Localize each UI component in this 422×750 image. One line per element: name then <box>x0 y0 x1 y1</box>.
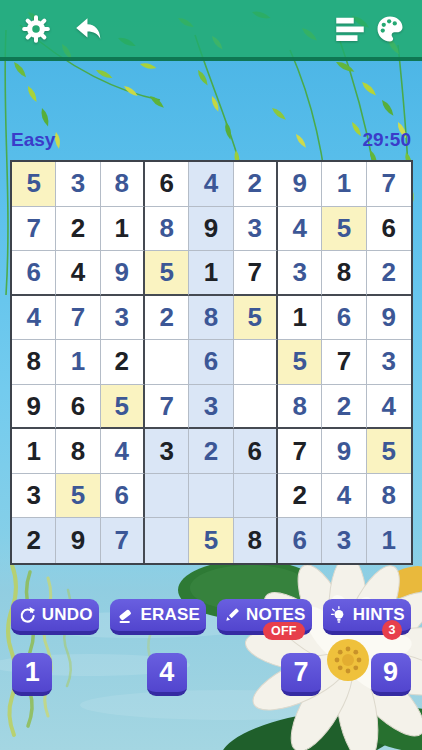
cell-r7c7[interactable]: 7 <box>278 429 322 474</box>
back-arrow-icon <box>73 15 103 43</box>
eraser-icon <box>116 606 135 625</box>
cell-r9c5[interactable]: 5 <box>189 518 233 563</box>
cell-r1c3[interactable]: 8 <box>101 162 145 207</box>
cell-r7c4[interactable]: 3 <box>145 429 189 474</box>
number-pad: 1479 <box>10 653 413 696</box>
cell-r4c4[interactable]: 2 <box>145 296 189 341</box>
cell-r2c7[interactable]: 4 <box>278 207 322 252</box>
menu-button[interactable] <box>334 13 366 45</box>
header-bar <box>0 0 422 61</box>
lightbulb-icon <box>329 606 348 625</box>
menu-icon <box>335 14 365 44</box>
undo-label: UNDO <box>42 605 93 625</box>
cell-r4c7[interactable]: 1 <box>278 296 322 341</box>
cell-r6c6[interactable] <box>234 385 278 430</box>
action-toolbar: UNDO ERASE NOTES OFF <box>11 599 411 635</box>
cell-r8c9[interactable]: 8 <box>367 474 411 519</box>
cell-r4c5[interactable]: 8 <box>189 296 233 341</box>
status-row: Easy 29:50 <box>11 129 411 151</box>
cell-r2c3[interactable]: 1 <box>101 207 145 252</box>
cell-r7c8[interactable]: 9 <box>322 429 366 474</box>
cell-r9c4[interactable] <box>145 518 189 563</box>
cell-r6c2[interactable]: 6 <box>56 385 100 430</box>
pencil-icon <box>223 606 241 624</box>
cell-r7c6[interactable]: 6 <box>234 429 278 474</box>
cell-r3c1[interactable]: 6 <box>12 251 56 296</box>
cell-r6c7[interactable]: 8 <box>278 385 322 430</box>
cell-r5c9[interactable]: 3 <box>367 340 411 385</box>
cell-r4c8[interactable]: 6 <box>322 296 366 341</box>
erase-button[interactable]: ERASE <box>110 599 206 635</box>
cell-r4c2[interactable]: 7 <box>56 296 100 341</box>
cell-r2c4[interactable]: 8 <box>145 207 189 252</box>
cell-r3c9[interactable]: 2 <box>367 251 411 296</box>
back-button[interactable] <box>72 13 104 45</box>
cell-r5c3[interactable]: 2 <box>101 340 145 385</box>
cell-r7c3[interactable]: 4 <box>101 429 145 474</box>
cell-r5c2[interactable]: 1 <box>56 340 100 385</box>
cell-r2c5[interactable]: 9 <box>189 207 233 252</box>
water-lotus-decoration <box>0 535 422 750</box>
cell-r9c2[interactable]: 9 <box>56 518 100 563</box>
cell-r5c5[interactable]: 6 <box>189 340 233 385</box>
cell-r5c8[interactable]: 7 <box>322 340 366 385</box>
cell-r9c7[interactable]: 6 <box>278 518 322 563</box>
cell-r2c9[interactable]: 6 <box>367 207 411 252</box>
cell-r8c3[interactable]: 6 <box>101 474 145 519</box>
notes-off-badge: OFF <box>263 622 305 641</box>
cell-r4c1[interactable]: 4 <box>12 296 56 341</box>
cell-r1c9[interactable]: 7 <box>367 162 411 207</box>
cell-r9c8[interactable]: 3 <box>322 518 366 563</box>
cell-r1c4[interactable]: 6 <box>145 162 189 207</box>
cell-r6c9[interactable]: 4 <box>367 385 411 430</box>
cell-r2c2[interactable]: 2 <box>56 207 100 252</box>
undo-circular-arrow-icon <box>18 606 37 625</box>
cell-r6c1[interactable]: 9 <box>12 385 56 430</box>
cell-r9c9[interactable]: 1 <box>367 518 411 563</box>
palette-icon <box>375 14 405 44</box>
cell-r5c1[interactable]: 8 <box>12 340 56 385</box>
cell-r4c9[interactable]: 9 <box>367 296 411 341</box>
sudoku-board: 5386429177218934566495173824732851698126… <box>10 160 413 565</box>
digit-button-4[interactable]: 4 <box>147 653 187 696</box>
digit-button-1[interactable]: 1 <box>12 653 52 696</box>
cell-r3c2[interactable]: 4 <box>56 251 100 296</box>
cell-r1c6[interactable]: 2 <box>234 162 278 207</box>
cell-r3c8[interactable]: 8 <box>322 251 366 296</box>
cell-r8c8[interactable]: 4 <box>322 474 366 519</box>
cell-r8c2[interactable]: 5 <box>56 474 100 519</box>
cell-r2c8[interactable]: 5 <box>322 207 366 252</box>
cell-r6c5[interactable]: 3 <box>189 385 233 430</box>
app-screen: Easy 29:50 53864291772189345664951738247… <box>0 0 422 750</box>
cell-r4c3[interactable]: 3 <box>101 296 145 341</box>
cell-r9c3[interactable]: 7 <box>101 518 145 563</box>
difficulty-label: Easy <box>11 129 55 151</box>
cell-r3c3[interactable]: 9 <box>101 251 145 296</box>
notes-button[interactable]: NOTES OFF <box>217 599 312 635</box>
cell-r5c6[interactable] <box>234 340 278 385</box>
settings-button[interactable] <box>20 13 52 45</box>
cell-r6c3[interactable]: 5 <box>101 385 145 430</box>
cell-r8c1[interactable]: 3 <box>12 474 56 519</box>
theme-button[interactable] <box>374 13 406 45</box>
cell-r1c8[interactable]: 1 <box>322 162 366 207</box>
timer-label: 29:50 <box>362 129 411 151</box>
cell-r8c4[interactable] <box>145 474 189 519</box>
cell-r2c1[interactable]: 7 <box>12 207 56 252</box>
digit-button-7[interactable]: 7 <box>281 653 321 696</box>
cell-r3c5[interactable]: 1 <box>189 251 233 296</box>
cell-r9c1[interactable]: 2 <box>12 518 56 563</box>
cell-r5c7[interactable]: 5 <box>278 340 322 385</box>
undo-button[interactable]: UNDO <box>11 599 99 635</box>
cell-r8c6[interactable] <box>234 474 278 519</box>
cell-r1c7[interactable]: 9 <box>278 162 322 207</box>
cell-r5c4[interactable] <box>145 340 189 385</box>
erase-label: ERASE <box>140 605 200 625</box>
cell-r1c5[interactable]: 4 <box>189 162 233 207</box>
cell-r8c7[interactable]: 2 <box>278 474 322 519</box>
cell-r4c6[interactable]: 5 <box>234 296 278 341</box>
digit-button-9[interactable]: 9 <box>371 653 411 696</box>
cell-r7c2[interactable]: 8 <box>56 429 100 474</box>
cell-r9c6[interactable]: 8 <box>234 518 278 563</box>
hints-button[interactable]: HINTS 3 <box>323 599 411 635</box>
cell-r3c7[interactable]: 3 <box>278 251 322 296</box>
cell-r1c1[interactable]: 5 <box>12 162 56 207</box>
cell-r8c5[interactable] <box>189 474 233 519</box>
cell-r3c4[interactable]: 5 <box>145 251 189 296</box>
cell-r7c5[interactable]: 2 <box>189 429 233 474</box>
cell-r7c9[interactable]: 5 <box>367 429 411 474</box>
cell-r2c6[interactable]: 3 <box>234 207 278 252</box>
cell-r7c1[interactable]: 1 <box>12 429 56 474</box>
cell-r1c2[interactable]: 3 <box>56 162 100 207</box>
cell-r6c4[interactable]: 7 <box>145 385 189 430</box>
gear-icon <box>21 14 51 44</box>
hints-count-badge: 3 <box>382 620 402 640</box>
cell-r3c6[interactable]: 7 <box>234 251 278 296</box>
cell-r6c8[interactable]: 2 <box>322 385 366 430</box>
